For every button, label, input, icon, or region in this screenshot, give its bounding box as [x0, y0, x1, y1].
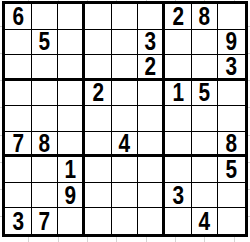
cell-r1c2[interactable] [32, 4, 59, 30]
given-digit: 9 [226, 30, 238, 56]
given-digit: 2 [172, 4, 184, 30]
cell-r8c8[interactable] [192, 183, 219, 209]
cell-r5c3[interactable] [58, 106, 85, 132]
sudoku-board: 6285392321578481593374 [2, 1, 248, 237]
cell-r6c2[interactable]: 8 [32, 132, 59, 158]
cell-r4c8[interactable]: 5 [192, 81, 219, 107]
cell-r9c4[interactable] [85, 208, 112, 234]
cell-r5c5[interactable] [112, 106, 139, 132]
given-digit: 8 [39, 132, 51, 157]
cell-r7c3[interactable]: 1 [58, 157, 85, 183]
cell-r2c8[interactable] [192, 30, 219, 56]
given-digit: 4 [119, 132, 131, 157]
cell-r2c7[interactable] [165, 30, 192, 56]
cell-r1c3[interactable] [58, 4, 85, 30]
given-digit: 3 [226, 55, 238, 80]
cell-r5c6[interactable] [138, 106, 165, 132]
cell-r5c9[interactable] [218, 106, 245, 132]
given-digit: 5 [39, 30, 51, 56]
cell-r3c5[interactable] [112, 55, 139, 81]
cell-r9c1[interactable]: 3 [5, 208, 32, 234]
given-digit: 8 [199, 4, 211, 30]
cell-r2c2[interactable]: 5 [32, 30, 59, 56]
cell-r4c7[interactable]: 1 [165, 81, 192, 107]
cell-r7c2[interactable] [32, 157, 59, 183]
cell-r1c7[interactable]: 2 [165, 4, 192, 30]
cell-r1c9[interactable] [218, 4, 245, 30]
cell-r4c3[interactable] [58, 81, 85, 107]
cell-r6c7[interactable] [165, 132, 192, 158]
given-digit: 6 [12, 4, 24, 30]
cell-r7c5[interactable] [112, 157, 139, 183]
given-digit: 5 [226, 157, 238, 183]
cell-r3c3[interactable] [58, 55, 85, 81]
cell-r2c4[interactable] [85, 30, 112, 56]
given-digit: 3 [144, 30, 156, 56]
cell-r9c2[interactable]: 7 [32, 208, 59, 234]
cell-r1c8[interactable]: 8 [192, 4, 219, 30]
cell-r8c4[interactable] [85, 183, 112, 209]
cell-r4c2[interactable] [32, 81, 59, 107]
cell-r2c6[interactable]: 3 [138, 30, 165, 56]
cell-r9c5[interactable] [112, 208, 139, 234]
cell-r3c4[interactable] [85, 55, 112, 81]
cell-r7c8[interactable] [192, 157, 219, 183]
cell-r8c7[interactable]: 3 [165, 183, 192, 209]
given-digit: 2 [92, 81, 104, 107]
cell-r8c1[interactable] [5, 183, 32, 209]
cell-r9c8[interactable]: 4 [192, 208, 219, 234]
cell-r7c9[interactable]: 5 [218, 157, 245, 183]
cell-r3c6[interactable]: 2 [138, 55, 165, 81]
cell-r9c6[interactable] [138, 208, 165, 234]
cell-r3c7[interactable] [165, 55, 192, 81]
given-digit: 9 [64, 183, 76, 209]
cell-r8c5[interactable] [112, 183, 139, 209]
cell-r6c6[interactable] [138, 132, 165, 158]
cell-r3c2[interactable] [32, 55, 59, 81]
cell-r6c1[interactable]: 7 [5, 132, 32, 158]
cell-r6c5[interactable]: 4 [112, 132, 139, 158]
cell-r8c9[interactable] [218, 183, 245, 209]
cell-r6c9[interactable]: 8 [218, 132, 245, 158]
cell-r4c5[interactable] [112, 81, 139, 107]
cell-r7c6[interactable] [138, 157, 165, 183]
cell-r3c1[interactable] [5, 55, 32, 81]
given-digit: 8 [226, 132, 238, 157]
given-digit: 2 [144, 55, 156, 80]
cell-r1c4[interactable] [85, 4, 112, 30]
cell-r2c5[interactable] [112, 30, 139, 56]
cell-r3c8[interactable] [192, 55, 219, 81]
given-digit: 4 [199, 208, 211, 234]
cell-r8c6[interactable] [138, 183, 165, 209]
given-digit: 1 [172, 81, 184, 107]
given-digit: 7 [39, 208, 51, 234]
given-digit: 3 [12, 208, 24, 234]
cell-r8c3[interactable]: 9 [58, 183, 85, 209]
cell-r5c2[interactable] [32, 106, 59, 132]
given-digit: 3 [172, 183, 184, 209]
cell-r5c1[interactable] [5, 106, 32, 132]
cell-r5c8[interactable] [192, 106, 219, 132]
cell-r1c1[interactable]: 6 [5, 4, 32, 30]
given-digit: 7 [12, 132, 24, 157]
cell-r2c9[interactable]: 9 [218, 30, 245, 56]
cell-r2c3[interactable] [58, 30, 85, 56]
cell-r9c9[interactable] [218, 208, 245, 234]
given-digit: 1 [64, 157, 76, 183]
cell-r5c7[interactable] [165, 106, 192, 132]
cell-r7c7[interactable] [165, 157, 192, 183]
cell-r8c2[interactable] [32, 183, 59, 209]
cell-r3c9[interactable]: 3 [218, 55, 245, 81]
cell-r1c6[interactable] [138, 4, 165, 30]
cell-r9c7[interactable] [165, 208, 192, 234]
cell-r2c1[interactable] [5, 30, 32, 56]
cell-r1c5[interactable] [112, 4, 139, 30]
cell-r7c4[interactable] [85, 157, 112, 183]
cell-r9c3[interactable] [58, 208, 85, 234]
cell-r7c1[interactable] [5, 157, 32, 183]
given-digit: 5 [199, 81, 211, 107]
cell-r6c8[interactable] [192, 132, 219, 158]
cell-r5c4[interactable] [85, 106, 112, 132]
cell-r4c4[interactable]: 2 [85, 81, 112, 107]
cell-r4c1[interactable] [5, 81, 32, 107]
cell-r4c6[interactable] [138, 81, 165, 107]
cell-r6c4[interactable] [85, 132, 112, 158]
cell-r4c9[interactable] [218, 81, 245, 107]
cell-r6c3[interactable] [58, 132, 85, 158]
